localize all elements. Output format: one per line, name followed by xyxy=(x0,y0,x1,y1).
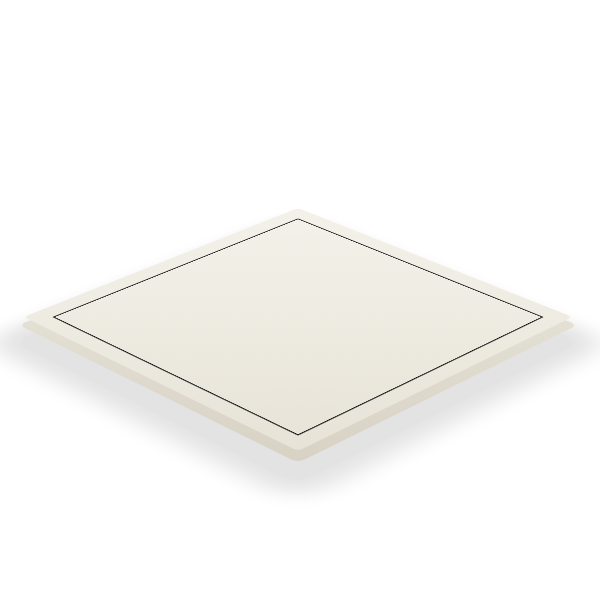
checkers-board xyxy=(24,208,573,451)
board-scene xyxy=(24,208,573,451)
board-grid xyxy=(55,219,541,434)
product-photo-stage xyxy=(0,0,600,600)
